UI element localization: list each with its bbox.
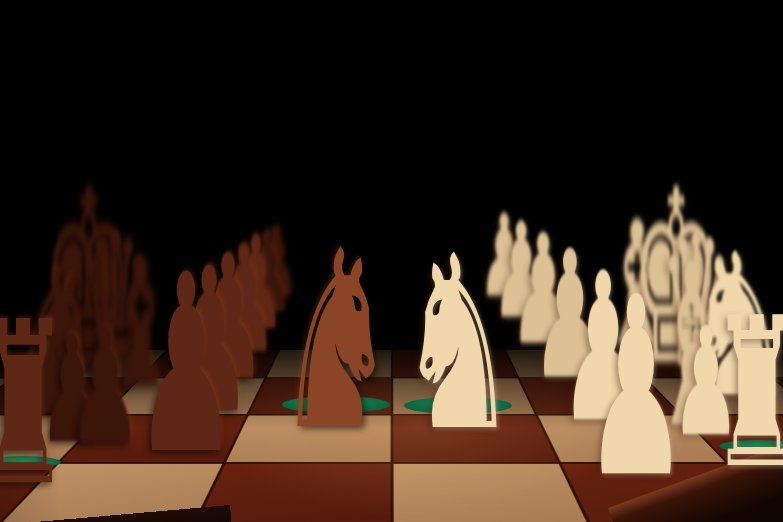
dark-knight[interactable]: ♞ — [275, 218, 396, 464]
light-rook[interactable]: ♜ — [711, 290, 783, 497]
dark-rook[interactable]: ♜ — [0, 292, 69, 517]
dark-pawn[interactable]: ♟ — [134, 242, 238, 488]
light-pawn[interactable]: ♟ — [584, 264, 688, 511]
chessboard-photo-scene: ♟♟♟♟♟♟♝♟♚♚♛♛♟♟♝♞♟♞♟♞♝♞♟♟♟♟♜♟♜ — [0, 0, 783, 522]
light-knight[interactable]: ♞ — [398, 224, 518, 464]
pieces-layer: ♟♟♟♟♟♟♝♟♚♚♛♛♟♟♝♞♟♞♟♞♝♞♟♟♟♟♜♟♜ — [0, 0, 783, 522]
dark-pawn[interactable]: ♟ — [68, 308, 143, 468]
